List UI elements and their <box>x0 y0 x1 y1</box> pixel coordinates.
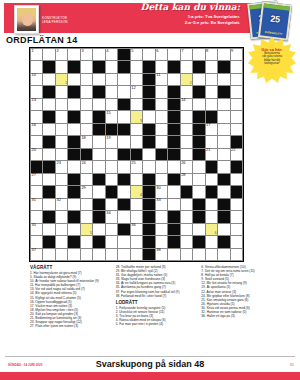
cell-12-12[interactable] <box>168 186 179 197</box>
clue-number: 35 <box>32 223 36 227</box>
lottery-tickets: 25 SVERIGELOTT 25 SVERIGELOTT <box>247 1 289 37</box>
cell-15-4[interactable] <box>68 224 79 235</box>
cell-14-17[interactable] <box>231 211 242 222</box>
cell-17-8[interactable] <box>118 249 129 260</box>
cell-4-11[interactable] <box>156 86 167 97</box>
cell-1-5[interactable]: 3 <box>81 49 92 60</box>
cell-11-16 <box>218 174 229 185</box>
cell-2-9[interactable] <box>131 61 142 72</box>
cell-15-17[interactable] <box>231 224 242 235</box>
cell-13-3[interactable]: 32 <box>56 199 67 210</box>
cell-3-15[interactable] <box>206 74 217 85</box>
cell-7-3[interactable] <box>56 124 67 135</box>
down-heading: LODRÄTT <box>116 300 197 305</box>
cell-10-5[interactable]: 24 <box>81 161 92 172</box>
prize-letter-number: 3 <box>140 120 142 123</box>
cell-11-6 <box>93 174 104 185</box>
cell-3-3[interactable]: 1 <box>56 74 67 85</box>
clue-section: VÅGRÄTT 1. Har hårmejslaren att göra med… <box>30 265 282 328</box>
cell-5-7[interactable] <box>106 99 117 110</box>
cell-6-14 <box>193 111 204 122</box>
clue-number: 24 <box>81 161 85 165</box>
cell-13-10 <box>143 199 154 210</box>
cell-11-15[interactable] <box>206 174 217 185</box>
cell-9-11 <box>156 149 167 160</box>
cell-17-4[interactable] <box>68 249 79 260</box>
clue-number: 23 <box>56 161 60 165</box>
constructor-credit-line2: LENA PERSSON <box>42 21 68 25</box>
clue-number: 3 <box>81 49 83 53</box>
cell-17-13[interactable] <box>181 249 192 260</box>
cell-9-17[interactable]: 22 <box>231 149 242 160</box>
cell-15-10 <box>143 224 154 235</box>
cell-13-16 <box>218 199 229 210</box>
starburst-line4: tävlingssvar! <box>255 62 289 65</box>
cell-16-16 <box>218 236 229 247</box>
cell-4-1[interactable] <box>31 86 42 97</box>
clue-number: 25 <box>131 161 135 165</box>
instruction-starburst: Gör så här: Bokstäverna i de gula rutorn… <box>248 37 296 83</box>
cell-15-15[interactable]: 6 <box>206 224 217 235</box>
cell-6-4 <box>68 111 79 122</box>
lottery-ticket-front: 25 SVERIGELOTT <box>258 1 292 40</box>
cell-1-7[interactable]: 4 <box>106 49 117 60</box>
cell-6-17[interactable] <box>231 111 242 122</box>
cell-9-13[interactable] <box>181 149 192 160</box>
cell-2-1[interactable] <box>31 61 42 72</box>
cell-12-5[interactable]: 29 <box>81 186 92 197</box>
cell-3-12[interactable] <box>168 74 179 85</box>
cell-3-14[interactable] <box>193 74 204 85</box>
cell-13-17[interactable] <box>231 199 242 210</box>
cell-12-14[interactable] <box>193 186 204 197</box>
cell-12-11[interactable]: 30 <box>156 186 167 197</box>
cell-1-2[interactable] <box>43 49 54 60</box>
cell-15-14[interactable] <box>193 224 204 235</box>
cell-7-17[interactable] <box>231 124 242 135</box>
cell-10-7[interactable] <box>106 161 117 172</box>
cell-3-17[interactable] <box>231 74 242 85</box>
clue-item: 38. Förlänad med flit i utter hand (7) <box>116 294 197 298</box>
cell-7-2[interactable] <box>43 124 54 135</box>
cell-5-9[interactable] <box>131 99 142 110</box>
cell-8-17 <box>231 136 242 147</box>
cell-13-12[interactable] <box>168 199 179 210</box>
cell-5-4[interactable] <box>68 99 79 110</box>
cell-8-15[interactable] <box>206 136 217 147</box>
cell-15-8 <box>118 224 129 235</box>
cell-7-9[interactable] <box>131 124 142 135</box>
cell-8-14 <box>193 136 204 147</box>
cell-15-16[interactable] <box>218 224 229 235</box>
cell-17-7[interactable] <box>106 249 117 260</box>
crossword-grid[interactable]: 1234567891011121213141531617181920212223… <box>29 47 244 262</box>
cell-11-4 <box>68 174 79 185</box>
cell-5-3[interactable] <box>56 99 67 110</box>
constructor-credit: KONSTRUKTÖR LENA PERSSON <box>42 17 68 25</box>
cell-17-17[interactable] <box>231 249 242 260</box>
cell-6-1[interactable] <box>31 111 42 122</box>
cell-3-7[interactable] <box>106 74 117 85</box>
cell-12-15 <box>206 186 217 197</box>
cell-4-8[interactable] <box>118 86 129 97</box>
cell-12-1[interactable] <box>31 186 42 197</box>
cell-2-5[interactable] <box>81 61 92 72</box>
cell-1-3[interactable]: 2 <box>56 49 67 60</box>
prize-headline: Detta kan du vinna: <box>141 2 240 12</box>
cell-11-9[interactable] <box>131 174 142 185</box>
cell-9-10[interactable] <box>143 149 154 160</box>
cell-8-13[interactable] <box>181 136 192 147</box>
cell-15-2[interactable] <box>43 224 54 235</box>
cell-2-15[interactable] <box>206 61 217 72</box>
cell-2-7[interactable] <box>106 61 117 72</box>
cell-15-5[interactable]: 5 <box>81 224 92 235</box>
cell-16-15[interactable] <box>206 236 217 247</box>
cell-14-14 <box>193 211 204 222</box>
cell-7-13[interactable] <box>181 124 192 135</box>
cell-16-17[interactable] <box>231 236 242 247</box>
cell-5-14[interactable] <box>193 99 204 110</box>
cell-12-6[interactable] <box>93 186 104 197</box>
cell-10-12[interactable] <box>168 161 179 172</box>
cell-6-16[interactable] <box>218 111 229 122</box>
cell-16-7[interactable] <box>106 236 117 247</box>
cell-14-2 <box>43 211 54 222</box>
cell-9-7[interactable] <box>106 149 117 160</box>
cell-4-17[interactable] <box>231 86 242 97</box>
cell-1-4[interactable] <box>68 49 79 60</box>
cell-9-14 <box>193 149 204 160</box>
cell-7-14 <box>193 124 204 135</box>
cell-13-15[interactable] <box>206 199 217 210</box>
cell-2-2 <box>43 61 54 72</box>
cell-11-13[interactable]: 28 <box>181 174 192 185</box>
prize-letter-number: 2 <box>190 82 192 85</box>
cell-15-3[interactable] <box>56 224 67 235</box>
clue-number: 34 <box>106 211 110 215</box>
cell-3-16[interactable] <box>218 74 229 85</box>
cell-7-1[interactable]: 16 <box>31 124 42 135</box>
cell-17-14[interactable] <box>193 249 204 260</box>
cell-4-9[interactable]: 12 <box>131 86 142 97</box>
cell-6-9[interactable]: 3 <box>131 111 142 122</box>
cell-1-13[interactable]: 7 <box>181 49 192 60</box>
cell-1-11[interactable]: 6 <box>156 49 167 60</box>
clue-column-1: VÅGRÄTT 1. Har hårmejslaren att göra med… <box>30 265 111 328</box>
cell-7-12 <box>168 124 179 135</box>
clue-number: 32 <box>56 198 60 202</box>
cell-3-9[interactable] <box>131 74 142 85</box>
cell-1-16[interactable] <box>218 49 229 60</box>
cell-11-11[interactable] <box>156 174 167 185</box>
cell-11-3[interactable] <box>56 174 67 185</box>
cell-2-3[interactable] <box>56 61 67 72</box>
cell-17-12[interactable] <box>168 249 179 260</box>
cell-6-10[interactable] <box>143 111 154 122</box>
cell-9-4 <box>68 149 79 160</box>
prize-letter-number: 4 <box>140 194 142 197</box>
cell-3-6[interactable] <box>93 74 104 85</box>
cell-2-13[interactable] <box>181 61 192 72</box>
cell-6-6 <box>93 111 104 122</box>
cell-10-13[interactable]: 26 <box>181 161 192 172</box>
clue-number: 11 <box>156 73 160 77</box>
cell-13-4[interactable] <box>68 199 79 210</box>
cell-6-5[interactable] <box>81 111 92 122</box>
prize-lines: 1:a pris: Två Sverigelotter. 2:a–5:e pri… <box>185 14 240 26</box>
cell-6-8[interactable] <box>118 111 129 122</box>
cell-13-7[interactable] <box>106 199 117 210</box>
cell-8-9[interactable] <box>131 136 142 147</box>
cell-4-3[interactable] <box>56 86 67 97</box>
cell-4-10 <box>143 86 154 97</box>
cell-15-11[interactable] <box>156 224 167 235</box>
clue-number: 19 <box>106 136 110 140</box>
cell-8-16[interactable] <box>218 136 229 147</box>
cell-11-14[interactable] <box>193 174 204 185</box>
cell-7-16[interactable] <box>218 124 229 135</box>
cell-8-3[interactable] <box>56 136 67 147</box>
cell-9-5 <box>81 149 92 160</box>
cell-16-1[interactable] <box>31 236 42 247</box>
cell-2-17[interactable] <box>231 61 242 72</box>
cell-5-16[interactable] <box>218 99 229 110</box>
cell-4-7[interactable] <box>106 86 117 97</box>
cell-10-14[interactable] <box>193 161 204 172</box>
dateline: SÖNDAG · 14 JUNI 2020 <box>8 363 42 367</box>
cell-11-10 <box>143 174 154 185</box>
cell-6-11[interactable] <box>156 111 167 122</box>
cell-12-17 <box>231 186 242 197</box>
cell-15-7[interactable] <box>106 224 117 235</box>
cell-9-8 <box>118 149 129 160</box>
cell-8-8[interactable] <box>118 136 129 147</box>
cell-14-11[interactable] <box>156 211 167 222</box>
cell-5-2[interactable] <box>43 99 54 110</box>
clue-number: 10 <box>32 73 36 77</box>
cell-8-7[interactable]: 19 <box>106 136 117 147</box>
cell-13-1[interactable]: 31 <box>31 199 42 210</box>
prize-letter-number: 1 <box>65 82 67 85</box>
constructor-face <box>22 14 33 26</box>
cell-10-10[interactable] <box>143 161 154 172</box>
cell-16-11[interactable] <box>156 236 167 247</box>
ticket-value: 25 <box>262 12 289 25</box>
cell-6-13[interactable] <box>181 111 192 122</box>
cell-2-16 <box>218 61 229 72</box>
cell-16-10 <box>143 236 154 247</box>
cell-17-5[interactable] <box>81 249 92 260</box>
cell-11-17[interactable] <box>231 174 242 185</box>
cell-9-2[interactable] <box>43 149 54 160</box>
cell-12-9[interactable]: 4 <box>131 186 142 197</box>
cell-3-11[interactable]: 11 <box>156 74 167 85</box>
page-title: ORDFLÄTAN 14 <box>6 35 77 45</box>
cell-14-3[interactable] <box>56 211 67 222</box>
cell-11-2[interactable] <box>43 174 54 185</box>
prize-line-2: 2:a–5:e pris: En Sverigelott. <box>185 20 240 26</box>
constructor-photo-image <box>17 8 36 31</box>
cell-4-13[interactable] <box>181 86 192 97</box>
cell-16-3[interactable] <box>56 236 67 247</box>
cell-11-5[interactable] <box>81 174 92 185</box>
cell-9-6[interactable] <box>93 149 104 160</box>
cell-16-4 <box>68 236 79 247</box>
cell-16-8[interactable] <box>118 236 129 247</box>
cell-17-3[interactable] <box>56 249 67 260</box>
cell-7-5[interactable] <box>81 124 92 135</box>
cell-5-12 <box>168 99 179 110</box>
cell-15-6[interactable] <box>93 224 104 235</box>
cell-5-5[interactable] <box>81 99 92 110</box>
cell-8-5[interactable]: 18 <box>81 136 92 147</box>
cell-12-3[interactable] <box>56 186 67 197</box>
cell-1-6[interactable] <box>93 49 104 60</box>
cell-11-1[interactable]: 27 <box>31 174 42 185</box>
cell-14-7[interactable]: 34 <box>106 211 117 222</box>
cell-5-13[interactable]: 14 <box>181 99 192 110</box>
cell-9-3[interactable] <box>56 149 67 160</box>
cell-17-1[interactable]: 37 <box>31 249 42 260</box>
cell-10-16[interactable] <box>218 161 229 172</box>
cell-6-3[interactable] <box>56 111 67 122</box>
cell-14-8[interactable] <box>118 211 129 222</box>
cell-8-1[interactable] <box>31 136 42 147</box>
cell-13-9[interactable] <box>131 199 142 210</box>
cell-14-13[interactable] <box>181 211 192 222</box>
cell-17-15[interactable] <box>206 249 217 260</box>
footer-rule <box>5 356 295 357</box>
cell-12-13 <box>181 186 192 197</box>
cell-1-14[interactable] <box>193 49 204 60</box>
cell-3-2[interactable] <box>43 74 54 85</box>
cell-7-11[interactable] <box>156 124 167 135</box>
clue-item: 36. Håller ett öga på (3) <box>201 314 282 318</box>
clue-number: 8 <box>206 49 208 53</box>
cell-1-1[interactable]: 1 <box>31 49 42 60</box>
cell-13-13[interactable] <box>181 199 192 210</box>
across-heading: VÅGRÄTT <box>30 265 111 270</box>
cell-3-1[interactable]: 10 <box>31 74 42 85</box>
cell-16-6 <box>93 236 104 247</box>
cell-7-6 <box>93 124 104 135</box>
cell-4-15[interactable] <box>206 86 217 97</box>
cell-14-5[interactable] <box>81 211 92 222</box>
cell-7-4[interactable] <box>68 124 79 135</box>
cell-8-11[interactable] <box>156 136 167 147</box>
cell-12-8[interactable] <box>118 186 129 197</box>
cell-13-8 <box>118 199 129 210</box>
cell-1-9[interactable]: 5 <box>131 49 142 60</box>
cell-1-10[interactable] <box>143 49 154 60</box>
cell-10-6[interactable] <box>93 161 104 172</box>
cell-14-1[interactable] <box>31 211 42 222</box>
cell-10-4[interactable] <box>68 161 79 172</box>
answer-coupon-note: Svarskupong på sidan 48 <box>0 359 300 369</box>
cell-13-11[interactable]: 33 <box>156 199 167 210</box>
cell-1-12[interactable] <box>168 49 179 60</box>
cell-12-16[interactable] <box>218 186 229 197</box>
cell-5-8 <box>118 99 129 110</box>
cell-4-5[interactable] <box>81 86 92 97</box>
cell-5-11[interactable] <box>156 99 167 110</box>
clue-number: 36 <box>131 223 135 227</box>
cell-13-2[interactable] <box>43 199 54 210</box>
cell-16-5[interactable] <box>81 236 92 247</box>
cell-15-1[interactable]: 35 <box>31 224 42 235</box>
cell-5-15[interactable] <box>206 99 217 110</box>
cell-14-9[interactable] <box>131 211 142 222</box>
cell-17-9[interactable] <box>131 249 142 260</box>
cell-10-11[interactable] <box>156 161 167 172</box>
cell-16-9[interactable] <box>131 236 142 247</box>
cell-4-12 <box>168 86 179 97</box>
cell-14-15[interactable] <box>206 211 217 222</box>
cell-4-16 <box>218 86 229 97</box>
clue-number: 30 <box>156 186 160 190</box>
clue-number: 28 <box>181 173 185 177</box>
cell-3-4[interactable] <box>68 74 79 85</box>
cell-17-6[interactable] <box>93 249 104 260</box>
cell-2-11[interactable] <box>156 61 167 72</box>
cell-7-15[interactable]: 17 <box>206 124 217 135</box>
cell-10-8[interactable] <box>118 161 129 172</box>
cell-8-12 <box>168 136 179 147</box>
cell-3-5[interactable] <box>81 74 92 85</box>
cell-6-12 <box>168 111 179 122</box>
cell-14-4 <box>68 211 79 222</box>
cell-5-17[interactable] <box>231 99 242 110</box>
cell-1-15[interactable]: 8 <box>206 49 217 60</box>
cell-10-3[interactable]: 23 <box>56 161 67 172</box>
clue-number: 37 <box>32 248 36 252</box>
cell-9-16[interactable] <box>218 149 229 160</box>
cell-15-13[interactable] <box>181 224 192 235</box>
cell-9-15[interactable]: 21 <box>206 149 217 160</box>
cell-16-12 <box>168 236 179 247</box>
cell-17-16[interactable] <box>218 249 229 260</box>
cell-3-13[interactable]: 2 <box>181 74 192 85</box>
cell-11-7[interactable] <box>106 174 117 185</box>
cell-5-6[interactable] <box>93 99 104 110</box>
cell-5-10 <box>143 99 154 110</box>
cell-6-2 <box>43 111 54 122</box>
clue-number: 13 <box>32 98 36 102</box>
cell-13-5[interactable] <box>81 199 92 210</box>
cell-16-13[interactable] <box>181 236 192 247</box>
cell-15-9[interactable]: 36 <box>131 224 142 235</box>
cell-10-9[interactable]: 25 <box>131 161 142 172</box>
cell-17-11[interactable]: 38 <box>156 249 167 260</box>
clue-number: 1 <box>32 49 34 53</box>
cell-3-8[interactable] <box>118 74 129 85</box>
cell-15-12 <box>168 224 179 235</box>
cell-8-6[interactable] <box>93 136 104 147</box>
cell-9-1[interactable]: 20 <box>31 149 42 160</box>
cell-5-1[interactable]: 13 <box>31 99 42 110</box>
cell-6-7[interactable]: 15 <box>106 111 117 122</box>
cell-17-2[interactable] <box>43 249 54 260</box>
cell-2-8 <box>118 61 129 72</box>
cell-14-12 <box>168 211 179 222</box>
cell-9-12 <box>168 149 179 160</box>
clue-number: 18 <box>81 136 85 140</box>
cell-14-6 <box>93 211 104 222</box>
cell-13-14 <box>193 199 204 210</box>
cell-2-12 <box>168 61 179 72</box>
cell-1-17[interactable]: 9 <box>231 49 242 60</box>
